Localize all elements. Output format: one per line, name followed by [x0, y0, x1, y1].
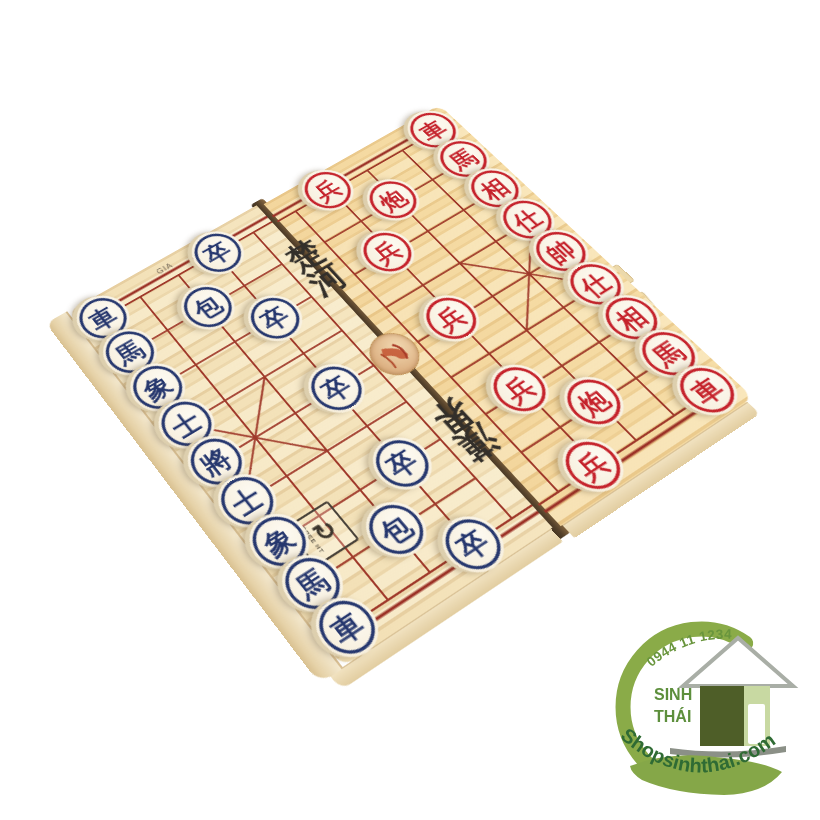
piece-blue-cannon[interactable]: 包: [171, 276, 246, 339]
piece-red-soldier[interactable]: 兵: [350, 222, 426, 282]
piece-glyph: 車: [85, 302, 122, 333]
product-photo-stage: 楚 河 界 漢 GREE HT ↻ GIA 車馬相仕帥仕相馬車炮炮兵兵兵兵兵卒卒…: [0, 0, 820, 820]
piece-glyph: 兵: [431, 302, 471, 334]
piece-blue-cannon[interactable]: 包: [354, 492, 440, 568]
piece-glyph: 士: [167, 407, 206, 442]
xiangqi-board: 楚 河 界 漢 GREE HT ↻ GIA 車馬相仕帥仕相馬車炮炮兵兵兵兵兵卒卒…: [68, 104, 749, 667]
shop-logo: 0944 11 1234 SINH THÁI Shopsinhthai.com: [612, 598, 818, 814]
piece-glyph: 將: [196, 444, 236, 480]
piece-glyph: 馬: [291, 564, 334, 604]
piece-glyph: 馬: [445, 145, 482, 173]
piece-glyph: 馬: [648, 337, 690, 371]
piece-glyph: 相: [611, 302, 652, 334]
piece-red-soldier[interactable]: 兵: [291, 162, 364, 219]
piece-glyph: 車: [415, 117, 451, 144]
piece-glyph: 車: [686, 373, 729, 408]
piece-glyph: 卒: [256, 302, 294, 334]
piece-glyph: 象: [139, 371, 177, 404]
logo-house-roof: [683, 638, 793, 686]
piece-glyph: 卒: [199, 238, 236, 268]
piece-glyph: 車: [325, 607, 369, 648]
piece-red-cannon[interactable]: 炮: [356, 171, 430, 228]
piece-glyph: 象: [258, 522, 300, 560]
piece-glyph: 相: [476, 174, 514, 203]
piece-glyph: 卒: [451, 525, 495, 564]
piece-red-cannon[interactable]: 炮: [552, 367, 636, 437]
piece-glyph: 仕: [508, 205, 546, 235]
piece-glyph: 帥: [541, 236, 580, 266]
piece-glyph: 兵: [310, 176, 346, 204]
piece-glyph: 卒: [381, 445, 423, 481]
piece-red-soldier[interactable]: 兵: [478, 355, 561, 423]
piece-glyph: 卒: [317, 371, 357, 405]
pieces-layer: 車馬相仕帥仕相馬車炮炮兵兵兵兵兵卒卒卒卒卒包包車馬象士將士象馬車: [68, 104, 749, 667]
piece-red-soldier[interactable]: 兵: [412, 287, 491, 351]
logo-house-body: [700, 686, 744, 746]
piece-glyph: 炮: [573, 384, 615, 419]
piece-blue-soldier[interactable]: 卒: [181, 223, 254, 283]
piece-glyph: 仕: [575, 269, 615, 300]
piece-glyph: 包: [189, 291, 226, 322]
piece-glyph: 包: [375, 510, 418, 548]
piece-glyph: 兵: [571, 447, 614, 484]
piece-glyph: 兵: [499, 372, 540, 406]
piece-glyph: 兵: [368, 237, 406, 267]
logo-name-line2: THÁI: [654, 707, 691, 725]
piece-blue-soldier[interactable]: 卒: [237, 287, 313, 350]
logo-name-line1: SINH: [654, 686, 692, 703]
piece-glyph: 士: [227, 482, 268, 519]
piece-blue-soldier[interactable]: 卒: [297, 355, 377, 423]
piece-blue-soldier[interactable]: 卒: [361, 428, 444, 500]
piece-glyph: 炮: [375, 185, 412, 214]
piece-glyph: 馬: [111, 336, 149, 368]
